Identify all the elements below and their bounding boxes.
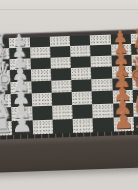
square[interactable] [91,67,112,80]
square[interactable] [70,45,91,57]
square[interactable] [92,79,113,92]
square[interactable] [52,105,73,120]
square[interactable] [92,104,113,119]
piece-copper-rook[interactable]: ♜ [132,106,138,132]
square[interactable] [50,57,71,69]
square[interactable] [91,56,112,68]
square[interactable] [72,104,93,119]
board-grid: ♜♟♟♜♞♟♟♞♝♟♟♝♛♟♟♛♚♟♟♚♝♟♟♝♞♟♟♞♜♟♟♜ [0,33,138,136]
square[interactable] [70,56,91,68]
scene: ♜♟♟♜♞♟♟♞♝♟♟♝♛♟♟♛♚♟♟♚♝♟♟♝♞♟♟♞♜♟♟♜ [0,0,138,190]
square[interactable] [51,92,72,106]
square[interactable] [51,80,72,93]
background-seam [0,9,138,10]
square[interactable] [52,119,73,134]
square[interactable] [30,69,51,82]
square[interactable] [71,79,92,92]
square[interactable]: ♜ [133,116,138,131]
square[interactable] [50,46,71,58]
square[interactable] [30,47,51,59]
square[interactable]: ♟ [12,120,33,135]
square[interactable] [32,120,53,135]
square[interactable] [51,68,72,81]
square[interactable] [92,91,113,105]
square[interactable] [93,118,114,133]
square[interactable] [32,106,53,121]
square[interactable] [31,93,52,107]
square[interactable] [90,45,111,57]
square[interactable] [72,91,93,105]
square[interactable] [73,118,94,133]
box-front-panel [0,134,138,173]
square[interactable]: ♟ [113,117,134,132]
piece-copper-pawn[interactable]: ♟ [113,109,134,132]
square[interactable] [30,58,51,70]
chess-set: ♜♟♟♜♞♟♟♞♝♟♟♝♛♟♟♛♚♟♟♚♝♟♟♝♞♟♟♞♜♟♟♜ [0,28,138,173]
square[interactable] [71,67,92,80]
piece-silver-pawn[interactable]: ♟ [12,113,33,136]
square[interactable]: ♜ [0,121,12,136]
square[interactable] [31,81,52,94]
